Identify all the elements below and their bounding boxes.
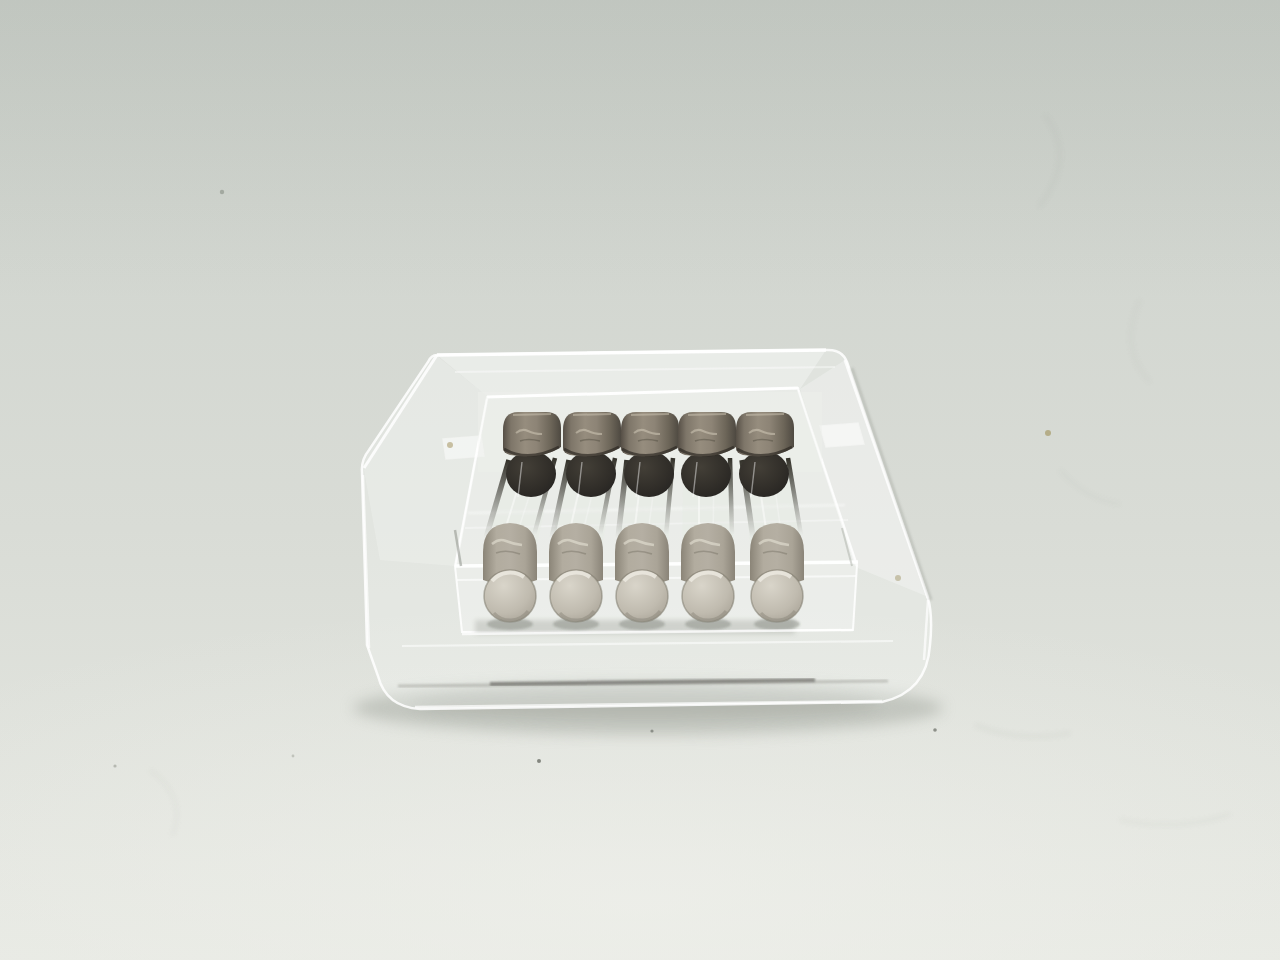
glass-shadow [506, 451, 556, 497]
photo-fuse-case [0, 0, 1280, 960]
bottom-cap-face [682, 570, 734, 622]
bottom-cap-face [550, 570, 602, 622]
bottom-cap-face [484, 570, 536, 622]
glass-shadow [681, 451, 731, 497]
top-cap-highlight [688, 414, 726, 415]
lid-speck [447, 442, 453, 448]
scene-svg [0, 0, 1280, 960]
top-cap-highlight [631, 414, 669, 415]
bottom-cap-face [616, 570, 668, 622]
lid-speck-2 [895, 575, 901, 581]
glass-shadow [624, 451, 674, 497]
glass-shadow [739, 451, 789, 497]
bottom-cap-face [751, 570, 803, 622]
top-cap-highlight [573, 414, 611, 415]
fuse-4 [678, 412, 736, 630]
top-cap-highlight [746, 414, 784, 415]
glass-shadow [566, 451, 616, 497]
top-vignette [0, 0, 1280, 300]
lid-latch-notch-right [820, 423, 864, 447]
top-cap-highlight [513, 414, 551, 415]
fuses [483, 412, 804, 630]
